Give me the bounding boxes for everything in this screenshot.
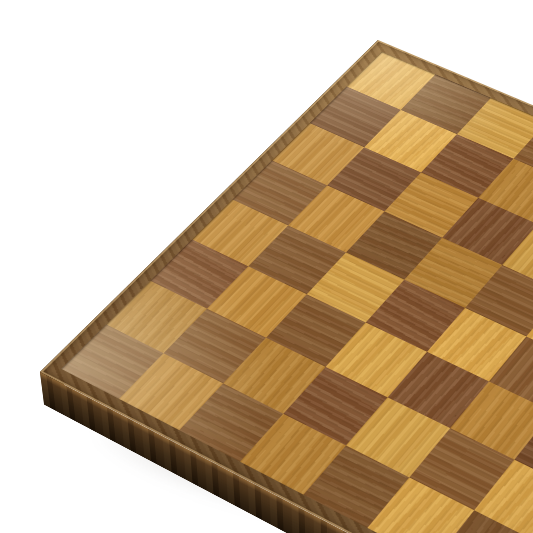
square-c3 [266,294,366,367]
square-b1 [119,353,223,430]
square-d6 [442,198,533,265]
square-d5 [405,238,502,308]
board-top-face [40,40,533,533]
glare-overlay [61,52,533,533]
square-a8 [346,52,435,111]
square-a6 [272,123,365,186]
square-g1 [433,510,533,533]
square-a4 [192,199,289,266]
square-b8 [401,74,491,134]
square-c4 [307,252,405,322]
square-e4 [427,307,527,381]
square-e2 [346,397,450,477]
chess-board [40,40,533,533]
square-a7 [310,87,401,148]
square-b5 [289,186,384,252]
square-d3 [326,322,427,397]
square-e5 [465,265,533,336]
product-photo-stage [0,0,533,533]
perspective-wrapper [0,0,533,533]
square-c1 [179,383,284,462]
square-a5 [233,160,328,225]
square-f1 [367,477,474,533]
square-c7 [421,134,513,197]
square-a3 [150,239,249,309]
square-g3 [514,412,533,493]
square-f2 [409,428,514,510]
square-g2 [475,460,533,533]
square-f3 [450,381,533,460]
square-e6 [502,224,533,293]
square-d1 [240,414,346,495]
board-field [61,52,533,533]
square-b3 [207,266,306,337]
square-f5 [526,292,533,365]
square-c2 [223,338,325,414]
square-c8 [456,98,533,159]
square-b6 [327,147,421,211]
square-b4 [249,225,346,294]
square-d2 [284,367,387,445]
square-e3 [387,352,489,429]
square-e1 [303,445,410,528]
square-c5 [346,211,442,279]
square-f4 [489,336,533,412]
square-b2 [164,309,266,383]
square-b7 [365,110,457,172]
square-d7 [478,159,533,224]
square-c6 [384,172,478,238]
square-d8 [513,122,533,185]
square-d4 [366,279,465,351]
